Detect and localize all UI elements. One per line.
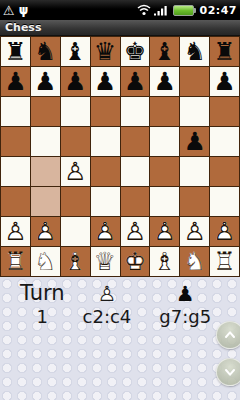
square-g8[interactable]: ♞	[180, 37, 209, 66]
square-a8[interactable]: ♜	[1, 37, 30, 66]
wifi-icon	[137, 1, 151, 20]
square-b2[interactable]: ♟♙	[31, 217, 60, 246]
app-title: Chess	[5, 21, 41, 34]
black-pawn: ♟	[31, 67, 60, 96]
usb-icon: ψ	[19, 4, 29, 16]
square-b7[interactable]: ♟	[31, 67, 60, 96]
square-e4[interactable]	[121, 157, 150, 186]
white-pawn: ♟♙	[150, 217, 179, 246]
square-f7[interactable]: ♟	[150, 67, 179, 96]
square-b6[interactable]	[31, 97, 60, 126]
black-rook: ♜	[1, 37, 30, 66]
square-h1[interactable]: ♜♖	[210, 247, 239, 276]
square-c8[interactable]: ♝	[61, 37, 90, 66]
square-d7[interactable]: ♟	[91, 67, 120, 96]
square-a1[interactable]: ♜♖	[1, 247, 30, 276]
white-knight: ♞♘	[180, 247, 209, 276]
black-bishop: ♝	[61, 37, 90, 66]
square-f5[interactable]	[150, 127, 179, 156]
square-e3[interactable]	[121, 187, 150, 216]
square-g6[interactable]	[180, 97, 209, 126]
square-e6[interactable]	[121, 97, 150, 126]
white-pawn-outline: ♙	[96, 283, 118, 305]
square-e2[interactable]: ♟♙	[121, 217, 150, 246]
square-g7[interactable]	[180, 67, 209, 96]
white-queen: ♛♕	[91, 247, 120, 276]
square-a3[interactable]	[1, 187, 30, 216]
square-d3[interactable]	[91, 187, 120, 216]
scroll-up-button[interactable]	[216, 321, 240, 349]
square-f3[interactable]	[150, 187, 179, 216]
square-h3[interactable]	[210, 187, 239, 216]
square-f1[interactable]: ♝♗	[150, 247, 179, 276]
status-left-icons: ⚠ ψ	[3, 4, 137, 17]
square-c3[interactable]	[61, 187, 90, 216]
white-pawn: ♟♙	[91, 217, 120, 246]
square-e5[interactable]	[121, 127, 150, 156]
black-bishop: ♝	[150, 37, 179, 66]
square-d2[interactable]: ♟♙	[91, 217, 120, 246]
black-pawn: ♟	[91, 67, 120, 96]
white-king: ♚♔	[121, 247, 150, 276]
square-d6[interactable]	[91, 97, 120, 126]
square-f6[interactable]	[150, 97, 179, 126]
title-bar: Chess	[0, 20, 240, 36]
square-h7[interactable]: ♟	[210, 67, 239, 96]
square-c1[interactable]: ♝♗	[61, 247, 90, 276]
square-h6[interactable]	[210, 97, 239, 126]
chess-app-screen: ⚠ ψ 02:47 C	[0, 0, 240, 400]
turn-column: Turn 1	[20, 281, 65, 327]
square-b4[interactable]	[31, 157, 60, 186]
square-g1[interactable]: ♞♘	[180, 247, 209, 276]
square-e7[interactable]: ♟	[121, 67, 150, 96]
square-c2[interactable]	[61, 217, 90, 246]
black-rook: ♜	[210, 37, 239, 66]
black-pawn-glyph: ♟	[174, 283, 196, 305]
square-d5[interactable]	[91, 127, 120, 156]
black-queen: ♛	[91, 37, 120, 66]
square-e1[interactable]: ♚♔	[121, 247, 150, 276]
black-king: ♚	[121, 37, 150, 66]
chess-board: ♜♞♝♛♚♝♞♜♟♟♟♟♟♟♟♟♟♙♟♙♟♙♟♙♟♙♟♙♟♙♟♙♜♖♞♘♝♗♛♕…	[0, 36, 240, 277]
white-pawn: ♟♙	[180, 217, 209, 246]
black-knight: ♞	[180, 37, 209, 66]
white-pawn-icon: ♟♙	[96, 283, 118, 305]
square-c7[interactable]: ♟	[61, 67, 90, 96]
square-c5[interactable]	[61, 127, 90, 156]
square-f2[interactable]: ♟♙	[150, 217, 179, 246]
black-pawn: ♟	[1, 67, 30, 96]
turn-number: 1	[37, 306, 48, 327]
square-a7[interactable]: ♟	[1, 67, 30, 96]
warning-icon: ⚠	[3, 4, 15, 17]
chevron-down-icon	[222, 364, 238, 380]
square-d8[interactable]: ♛	[91, 37, 120, 66]
white-bishop: ♝♗	[150, 247, 179, 276]
status-right-icons: 02:47	[137, 1, 237, 20]
white-pawn: ♟♙	[121, 217, 150, 246]
square-f4[interactable]	[150, 157, 179, 186]
white-pawn: ♟♙	[210, 217, 239, 246]
square-d4[interactable]	[91, 157, 120, 186]
turn-row: Turn 1 ♟♙ c2:c4 ♟ g7:g5	[0, 277, 240, 327]
turn-label: Turn	[20, 281, 65, 305]
square-g2[interactable]: ♟♙	[180, 217, 209, 246]
scroll-down-button[interactable]	[216, 358, 240, 386]
square-h8[interactable]: ♜	[210, 37, 239, 66]
battery-icon	[173, 5, 194, 16]
square-d1[interactable]: ♛♕	[91, 247, 120, 276]
square-a2[interactable]: ♟♙	[1, 217, 30, 246]
black-pawn: ♟	[150, 67, 179, 96]
square-c6[interactable]	[61, 97, 90, 126]
white-pawn: ♟♙	[61, 157, 90, 186]
black-pawn: ♟	[121, 67, 150, 96]
square-a4[interactable]	[1, 157, 30, 186]
move-history-panel: Turn 1 ♟♙ c2:c4 ♟ g7:g5	[0, 277, 240, 400]
black-knight: ♞	[31, 37, 60, 66]
white-move-column: ♟♙ c2:c4	[83, 283, 132, 327]
white-rook: ♜♖	[210, 247, 239, 276]
square-a5[interactable]	[1, 127, 30, 156]
black-pawn: ♟	[210, 67, 239, 96]
signal-icon	[154, 1, 169, 20]
white-knight: ♞♘	[31, 247, 60, 276]
square-a6[interactable]	[1, 97, 30, 126]
square-c4[interactable]: ♟♙	[61, 157, 90, 186]
white-move-text: c2:c4	[83, 306, 132, 327]
black-pawn: ♟	[61, 67, 90, 96]
square-f8[interactable]: ♝	[150, 37, 179, 66]
white-bishop: ♝♗	[61, 247, 90, 276]
white-pawn: ♟♙	[31, 217, 60, 246]
black-move-text: g7:g5	[159, 306, 211, 327]
status-bar: ⚠ ψ 02:47	[0, 0, 240, 20]
white-pawn: ♟♙	[1, 217, 30, 246]
black-pawn-icon: ♟	[174, 283, 196, 305]
black-pawn: ♟	[180, 127, 209, 156]
square-h4[interactable]	[210, 157, 239, 186]
square-e8[interactable]: ♚	[121, 37, 150, 66]
square-h5[interactable]	[210, 127, 239, 156]
square-g4[interactable]	[180, 157, 209, 186]
square-b3[interactable]	[31, 187, 60, 216]
square-g5[interactable]: ♟	[180, 127, 209, 156]
square-h2[interactable]: ♟♙	[210, 217, 239, 246]
white-rook: ♜♖	[1, 247, 30, 276]
chevron-up-icon	[222, 327, 238, 343]
square-g3[interactable]	[180, 187, 209, 216]
square-b5[interactable]	[31, 127, 60, 156]
status-clock: 02:47	[199, 4, 237, 17]
square-b8[interactable]: ♞	[31, 37, 60, 66]
black-move-column: ♟ g7:g5	[159, 283, 211, 327]
square-b1[interactable]: ♞♘	[31, 247, 60, 276]
